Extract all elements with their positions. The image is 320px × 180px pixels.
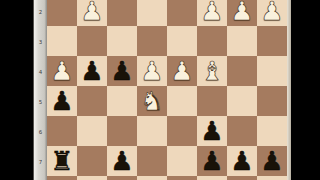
square-f2[interactable] bbox=[107, 0, 137, 26]
square-d7[interactable] bbox=[167, 146, 197, 176]
square-f6[interactable] bbox=[107, 116, 137, 146]
square-b5[interactable] bbox=[227, 86, 257, 116]
piece-white-pawn-g2[interactable]: ♟ bbox=[77, 0, 107, 26]
square-g2[interactable]: ♟ bbox=[77, 0, 107, 26]
square-g6[interactable] bbox=[77, 116, 107, 146]
square-h7[interactable]: ♜ bbox=[47, 146, 77, 176]
square-a8[interactable]: ♜ bbox=[257, 176, 287, 180]
square-g8[interactable]: ♞ bbox=[77, 176, 107, 180]
square-e7[interactable] bbox=[137, 146, 167, 176]
square-b6[interactable] bbox=[227, 116, 257, 146]
square-g4[interactable]: ♟ bbox=[77, 56, 107, 86]
square-h2[interactable] bbox=[47, 0, 77, 26]
video-frame: 234567 ♟♟♟♟♟♟♟♟♟♝♟♞♟♜♟♟♟♟♞♝♚♛♝♞♜ bbox=[0, 0, 320, 180]
chess-board: ♟♟♟♟♟♟♟♟♟♝♟♞♟♜♟♟♟♟♞♝♚♛♝♞♜ bbox=[47, 0, 287, 180]
square-c3[interactable] bbox=[197, 26, 227, 56]
square-f4[interactable]: ♟ bbox=[107, 56, 137, 86]
piece-black-rook-h7[interactable]: ♜ bbox=[47, 146, 77, 176]
piece-white-bishop-c4[interactable]: ♝ bbox=[197, 56, 227, 86]
square-e2[interactable] bbox=[137, 0, 167, 26]
square-f5[interactable] bbox=[107, 86, 137, 116]
square-d8[interactable]: ♛ bbox=[167, 176, 197, 180]
piece-black-bishop-f8[interactable]: ♝ bbox=[107, 176, 137, 180]
rank-ruler: 234567 bbox=[33, 0, 47, 180]
square-f7[interactable]: ♟ bbox=[107, 146, 137, 176]
rank-label-5: 5 bbox=[36, 100, 45, 107]
piece-black-knight-g8[interactable]: ♞ bbox=[77, 176, 107, 180]
piece-black-knight-b8[interactable]: ♞ bbox=[227, 176, 257, 180]
piece-white-pawn-d4[interactable]: ♟ bbox=[167, 56, 197, 86]
piece-black-pawn-h5[interactable]: ♟ bbox=[47, 86, 77, 116]
square-c7[interactable]: ♟ bbox=[197, 146, 227, 176]
piece-black-king-e8[interactable]: ♚ bbox=[137, 176, 167, 180]
square-d4[interactable]: ♟ bbox=[167, 56, 197, 86]
square-a6[interactable] bbox=[257, 116, 287, 146]
piece-black-pawn-g4[interactable]: ♟ bbox=[77, 56, 107, 86]
square-g3[interactable] bbox=[77, 26, 107, 56]
square-b8[interactable]: ♞ bbox=[227, 176, 257, 180]
square-d5[interactable] bbox=[167, 86, 197, 116]
piece-white-pawn-e4[interactable]: ♟ bbox=[137, 56, 167, 86]
square-d6[interactable] bbox=[167, 116, 197, 146]
piece-black-pawn-a7[interactable]: ♟ bbox=[257, 146, 287, 176]
square-e5[interactable]: ♞ bbox=[137, 86, 167, 116]
rank-label-2: 2 bbox=[36, 10, 45, 17]
square-h6[interactable] bbox=[47, 116, 77, 146]
square-a4[interactable] bbox=[257, 56, 287, 86]
square-f3[interactable] bbox=[107, 26, 137, 56]
square-a2[interactable]: ♟ bbox=[257, 0, 287, 26]
rank-label-6: 6 bbox=[36, 130, 45, 137]
piece-black-pawn-f4[interactable]: ♟ bbox=[107, 56, 137, 86]
piece-black-queen-d8[interactable]: ♛ bbox=[167, 176, 197, 180]
square-d2[interactable] bbox=[167, 0, 197, 26]
rank-label-3: 3 bbox=[36, 40, 45, 47]
piece-black-pawn-c6[interactable]: ♟ bbox=[197, 116, 227, 146]
rank-label-7: 7 bbox=[36, 160, 45, 167]
square-c6[interactable]: ♟ bbox=[197, 116, 227, 146]
piece-black-bishop-c8[interactable]: ♝ bbox=[197, 176, 227, 180]
square-h4[interactable]: ♟ bbox=[47, 56, 77, 86]
square-c8[interactable]: ♝ bbox=[197, 176, 227, 180]
square-b3[interactable] bbox=[227, 26, 257, 56]
square-e6[interactable] bbox=[137, 116, 167, 146]
piece-black-pawn-f7[interactable]: ♟ bbox=[107, 146, 137, 176]
square-g7[interactable] bbox=[77, 146, 107, 176]
square-c2[interactable]: ♟ bbox=[197, 0, 227, 26]
square-a3[interactable] bbox=[257, 26, 287, 56]
square-b4[interactable] bbox=[227, 56, 257, 86]
square-b7[interactable]: ♟ bbox=[227, 146, 257, 176]
square-e8[interactable]: ♚ bbox=[137, 176, 167, 180]
rank-label-4: 4 bbox=[36, 70, 45, 77]
square-d3[interactable] bbox=[167, 26, 197, 56]
piece-white-pawn-b2[interactable]: ♟ bbox=[227, 0, 257, 26]
square-a7[interactable]: ♟ bbox=[257, 146, 287, 176]
square-h8[interactable] bbox=[47, 176, 77, 180]
piece-black-pawn-c7[interactable]: ♟ bbox=[197, 146, 227, 176]
square-h5[interactable]: ♟ bbox=[47, 86, 77, 116]
letterbox-right bbox=[291, 0, 320, 180]
piece-white-pawn-c2[interactable]: ♟ bbox=[197, 0, 227, 26]
piece-white-knight-e5[interactable]: ♞ bbox=[137, 86, 167, 116]
square-c4[interactable]: ♝ bbox=[197, 56, 227, 86]
piece-white-pawn-h4[interactable]: ♟ bbox=[47, 56, 77, 86]
letterbox-left bbox=[0, 0, 33, 180]
piece-white-pawn-a2[interactable]: ♟ bbox=[257, 0, 287, 26]
square-g5[interactable] bbox=[77, 86, 107, 116]
square-b2[interactable]: ♟ bbox=[227, 0, 257, 26]
square-h3[interactable] bbox=[47, 26, 77, 56]
piece-black-rook-a8[interactable]: ♜ bbox=[257, 176, 287, 180]
square-f8[interactable]: ♝ bbox=[107, 176, 137, 180]
square-a5[interactable] bbox=[257, 86, 287, 116]
square-c5[interactable] bbox=[197, 86, 227, 116]
square-e4[interactable]: ♟ bbox=[137, 56, 167, 86]
piece-black-pawn-b7[interactable]: ♟ bbox=[227, 146, 257, 176]
square-e3[interactable] bbox=[137, 26, 167, 56]
